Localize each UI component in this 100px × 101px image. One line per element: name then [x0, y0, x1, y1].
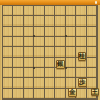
shogi-board[interactable]: 桂銀歩金王: [0, 5, 100, 101]
shogi-piece-1i[interactable]: 王: [91, 88, 100, 97]
shogi-piece-2e[interactable]: 桂: [78, 52, 87, 61]
shogi-app-window: 桂銀歩金王: [0, 0, 100, 100]
shogi-piece-4f[interactable]: 銀: [56, 60, 65, 69]
shogi-piece-2h[interactable]: 歩: [78, 78, 87, 87]
star-point: [33, 67, 35, 69]
shogi-piece-3i[interactable]: 金: [68, 88, 77, 97]
star-point: [65, 67, 67, 69]
titlebar-mark-icon: [95, 1, 98, 4]
